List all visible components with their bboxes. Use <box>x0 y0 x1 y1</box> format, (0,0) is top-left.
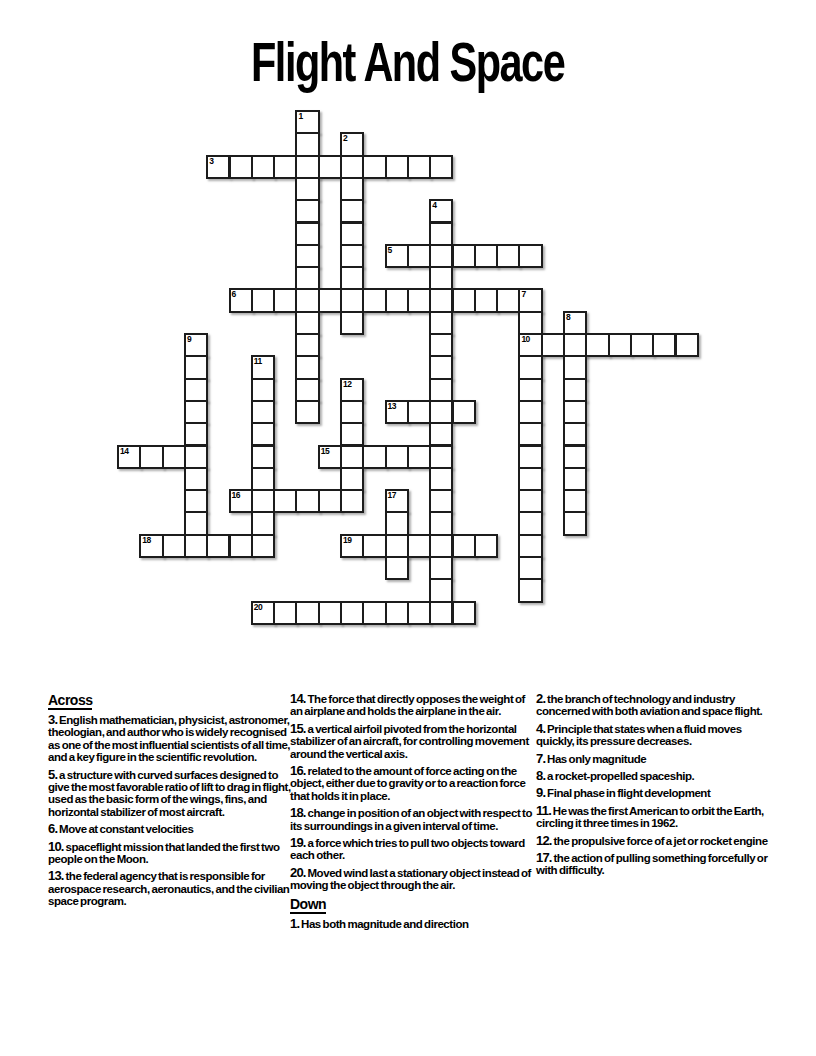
grid-cell-r15c3[interactable] <box>184 445 208 469</box>
clue-3-number: 3. <box>48 712 59 727</box>
grid-cell-r22c13[interactable] <box>407 601 431 625</box>
grid-cell-r5c8[interactable] <box>295 222 319 246</box>
grid-cell-r8c6[interactable] <box>251 288 275 312</box>
grid-cell-r22c11[interactable] <box>362 601 386 625</box>
grid-cell-r15c1[interactable] <box>139 445 163 469</box>
clue-11: 11. He was the first American to orbit t… <box>536 805 779 830</box>
grid-cell-r18c12[interactable] <box>385 511 409 535</box>
grid-cell-r14c10[interactable] <box>340 422 364 446</box>
grid-cell-r15c6[interactable] <box>251 445 275 469</box>
cell-number-11: 11 <box>254 356 262 366</box>
clue-16: 16. related to the amount of force actin… <box>290 765 533 802</box>
clue-7-text: Has only magnitude <box>547 753 646 765</box>
grid-cell-r19c14[interactable] <box>429 534 453 558</box>
grid-cell-r15c14[interactable] <box>429 445 453 469</box>
clue-15: 15. a vertical airfoil pivoted from the … <box>290 723 533 760</box>
clue-10-text: spaceflight mission that landed the firs… <box>48 841 279 865</box>
grid-cell-r10c19[interactable] <box>541 333 565 357</box>
grid-cell-r17c12[interactable]: 17 <box>385 489 409 513</box>
grid-cell-r8c7[interactable] <box>273 288 297 312</box>
clue-3-text: English mathematician, physicist, astron… <box>48 714 290 763</box>
clue-column-left: Across3. English mathematician, physicis… <box>48 693 291 913</box>
clue-10: 10. spaceflight mission that landed the … <box>48 841 291 866</box>
grid-cell-r16c20[interactable] <box>563 467 587 491</box>
grid-cell-r15c18[interactable] <box>518 445 542 469</box>
grid-cell-r10c21[interactable] <box>585 333 609 357</box>
clue-8-number: 8. <box>536 768 547 783</box>
grid-cell-r16c18[interactable] <box>518 467 542 491</box>
cell-number-6: 6 <box>232 289 236 299</box>
grid-cell-r10c25[interactable] <box>675 333 699 357</box>
down-header: Down <box>290 897 533 914</box>
grid-cell-r2c8[interactable] <box>295 155 319 179</box>
clue-9-text: Final phase in flight development <box>547 787 710 799</box>
clue-4-number: 4. <box>536 721 547 736</box>
grid-cell-r16c10[interactable] <box>340 467 364 491</box>
clue-9: 9. Final phase in flight development <box>536 787 779 799</box>
grid-cell-r10c3[interactable]: 9 <box>184 333 208 357</box>
clue-15-text: a vertical airfoil pivoted from the hori… <box>290 723 529 760</box>
grid-cell-r13c12[interactable]: 13 <box>385 400 409 424</box>
grid-cell-r21c14[interactable] <box>429 578 453 602</box>
grid-cell-r17c18[interactable] <box>518 489 542 513</box>
grid-cell-r11c6[interactable]: 11 <box>251 355 275 379</box>
grid-cell-r13c18[interactable] <box>518 400 542 424</box>
title-bar: Flight And Space <box>0 34 816 90</box>
grid-cell-r19c4[interactable] <box>206 534 230 558</box>
grid-cell-r3c8[interactable] <box>295 177 319 201</box>
grid-cell-r6c17[interactable] <box>496 244 520 268</box>
grid-cell-r7c10[interactable] <box>340 266 364 290</box>
grid-cell-r12c20[interactable] <box>563 378 587 402</box>
clue-12-text: the propulsive force of a jet or rocket … <box>553 835 767 847</box>
grid-cell-r19c15[interactable] <box>452 534 476 558</box>
clue-11-number: 11. <box>536 803 553 818</box>
cell-number-12: 12 <box>343 379 351 389</box>
grid-cell-r17c5[interactable]: 16 <box>229 489 253 513</box>
grid-cell-r8c17[interactable] <box>496 288 520 312</box>
grid-cell-r1c8[interactable] <box>295 132 319 156</box>
grid-cell-r22c9[interactable] <box>318 601 342 625</box>
grid-cell-r22c14[interactable] <box>429 601 453 625</box>
grid-cell-r8c10[interactable] <box>340 288 364 312</box>
across-header: Across <box>48 693 291 710</box>
grid-cell-r19c6[interactable] <box>251 534 275 558</box>
grid-cell-r8c18[interactable]: 7 <box>518 288 542 312</box>
grid-cell-r8c14[interactable] <box>429 288 453 312</box>
grid-cell-r2c5[interactable] <box>229 155 253 179</box>
grid-cell-r19c16[interactable] <box>474 534 498 558</box>
grid-cell-r2c4[interactable]: 3 <box>206 155 230 179</box>
grid-cell-r19c5[interactable] <box>229 534 253 558</box>
cell-number-13: 13 <box>388 401 396 411</box>
grid-cell-r6c15[interactable] <box>452 244 476 268</box>
clue-17: 17. the action of pulling something forc… <box>536 852 779 877</box>
crossword-grid: 1234567891011121314151617181920 <box>117 110 699 625</box>
grid-cell-r9c18[interactable] <box>518 311 542 335</box>
grid-cell-r16c14[interactable] <box>429 467 453 491</box>
clue-3: 3. English mathematician, physicist, ast… <box>48 714 291 764</box>
grid-cell-r19c12[interactable] <box>385 534 409 558</box>
cell-number-2: 2 <box>343 133 347 143</box>
cell-number-1: 1 <box>298 111 302 121</box>
clue-18-text: change in position of an object with res… <box>290 807 532 831</box>
grid-cell-r1c10[interactable]: 2 <box>340 132 364 156</box>
grid-cell-r15c2[interactable] <box>162 445 186 469</box>
grid-cell-r10c18[interactable]: 10 <box>518 333 542 357</box>
grid-cell-r13c6[interactable] <box>251 400 275 424</box>
grid-cell-r6c14[interactable] <box>429 244 453 268</box>
grid-cell-r17c6[interactable] <box>251 489 275 513</box>
grid-cell-r3c10[interactable] <box>340 177 364 201</box>
grid-cell-r17c8[interactable] <box>295 489 319 513</box>
grid-cell-r19c3[interactable] <box>184 534 208 558</box>
cell-number-20: 20 <box>254 602 262 612</box>
clue-19: 19. a force which tries to pull two obje… <box>290 837 533 862</box>
clue-10-number: 10. <box>48 839 65 854</box>
grid-cell-r15c9[interactable]: 15 <box>318 445 342 469</box>
grid-cell-r14c18[interactable] <box>518 422 542 446</box>
grid-cell-r16c3[interactable] <box>184 467 208 491</box>
grid-cell-r4c10[interactable] <box>340 199 364 223</box>
grid-cell-r11c14[interactable] <box>429 355 453 379</box>
grid-cell-r19c10[interactable]: 19 <box>340 534 364 558</box>
grid-cell-r12c3[interactable] <box>184 378 208 402</box>
clue-17-number: 17. <box>536 850 553 865</box>
grid-cell-r13c15[interactable] <box>452 400 476 424</box>
clue-6: 6. Move at constant velocities <box>48 823 291 835</box>
cell-number-19: 19 <box>343 535 351 545</box>
grid-cell-r20c14[interactable] <box>429 556 453 580</box>
grid-cell-r8c11[interactable] <box>362 288 386 312</box>
cell-number-18: 18 <box>142 535 150 545</box>
grid-cell-r19c2[interactable] <box>162 534 186 558</box>
cell-number-9: 9 <box>187 334 191 344</box>
grid-cell-r8c5[interactable]: 6 <box>229 288 253 312</box>
grid-cell-r4c8[interactable] <box>295 199 319 223</box>
clue-7-number: 7. <box>536 751 547 766</box>
clue-20-text: Moved wind last a stationary object inst… <box>290 867 531 891</box>
worksheet-page: { "title": "Flight And Space", "game": "… <box>0 0 816 1056</box>
grid-cell-r19c11[interactable] <box>362 534 386 558</box>
clue-12: 12. the propulsive force of a jet or roc… <box>536 835 779 847</box>
clue-column-right: 2. the branch of technology and industry… <box>536 693 779 882</box>
clue-column-middle: 14. The force that directly opposes the … <box>290 693 533 935</box>
clue-2-text: the branch of technology and industry co… <box>536 693 762 717</box>
clue-1: 1. Has both magnitude and direction <box>290 918 533 930</box>
grid-cell-r9c14[interactable] <box>429 311 453 335</box>
grid-cell-r18c20[interactable] <box>563 511 587 535</box>
clue-13: 13. the federal agency that is responsib… <box>48 870 291 907</box>
grid-cell-r13c14[interactable] <box>429 400 453 424</box>
grid-cell-r14c14[interactable] <box>429 422 453 446</box>
cell-number-16: 16 <box>232 490 240 500</box>
grid-cell-r17c9[interactable] <box>318 489 342 513</box>
grid-cell-r6c18[interactable] <box>518 244 542 268</box>
grid-cell-r11c3[interactable] <box>184 355 208 379</box>
clue-19-text: a force which tries to pull two objects … <box>290 837 525 861</box>
grid-cell-r21c18[interactable] <box>518 578 542 602</box>
grid-cell-r15c13[interactable] <box>407 445 431 469</box>
grid-cell-r15c0[interactable]: 14 <box>117 445 141 469</box>
grid-cell-r11c8[interactable] <box>295 355 319 379</box>
clue-14-number: 14. <box>290 691 307 706</box>
grid-cell-r19c18[interactable] <box>518 534 542 558</box>
grid-cell-r17c14[interactable] <box>429 489 453 513</box>
clue-14: 14. The force that directly opposes the … <box>290 693 533 718</box>
grid-cell-r10c22[interactable] <box>608 333 632 357</box>
cell-number-7: 7 <box>521 289 525 299</box>
puzzle-title: Flight And Space <box>251 34 564 90</box>
grid-cell-r20c18[interactable] <box>518 556 542 580</box>
clue-7: 7. Has only magnitude <box>536 753 779 765</box>
grid-cell-r15c10[interactable] <box>340 445 364 469</box>
grid-cell-r5c10[interactable] <box>340 222 364 246</box>
grid-cell-r4c14[interactable]: 4 <box>429 199 453 223</box>
grid-cell-r6c8[interactable] <box>295 244 319 268</box>
grid-cell-r12c8[interactable] <box>295 378 319 402</box>
grid-cell-r13c10[interactable] <box>340 400 364 424</box>
clue-13-text: the federal agency that is responsible f… <box>48 870 289 907</box>
clue-19-number: 19. <box>290 835 307 850</box>
grid-cell-r8c8[interactable] <box>295 288 319 312</box>
grid-cell-r6c16[interactable] <box>474 244 498 268</box>
grid-cell-r22c6[interactable]: 20 <box>251 601 275 625</box>
grid-cell-r18c3[interactable] <box>184 511 208 535</box>
grid-cell-r8c12[interactable] <box>385 288 409 312</box>
grid-cell-r11c18[interactable] <box>518 355 542 379</box>
grid-cell-r10c20[interactable] <box>563 333 587 357</box>
grid-cell-r19c13[interactable] <box>407 534 431 558</box>
cell-number-3: 3 <box>209 156 213 166</box>
grid-cell-r14c3[interactable] <box>184 422 208 446</box>
clue-15-number: 15. <box>290 721 307 736</box>
clue-4: 4. Principle that states when a fluid mo… <box>536 723 779 748</box>
grid-cell-r15c20[interactable] <box>563 445 587 469</box>
grid-cell-r18c14[interactable] <box>429 511 453 535</box>
grid-cell-r13c20[interactable] <box>563 400 587 424</box>
grid-cell-r18c6[interactable] <box>251 511 275 535</box>
grid-cell-r10c23[interactable] <box>630 333 654 357</box>
clue-13-number: 13. <box>48 868 65 883</box>
grid-cell-r22c12[interactable] <box>385 601 409 625</box>
grid-cell-r0c8[interactable]: 1 <box>295 110 319 134</box>
clue-11-text: He was the first American to orbit the E… <box>536 805 764 829</box>
clue-18: 18. change in position of an object with… <box>290 807 533 832</box>
grid-cell-r19c1[interactable]: 18 <box>139 534 163 558</box>
grid-cell-r14c6[interactable] <box>251 422 275 446</box>
grid-cell-r17c7[interactable] <box>273 489 297 513</box>
clue-4-text: Principle that states when a fluid moves… <box>536 723 742 747</box>
clue-5-text: a structure with curved surfaces designe… <box>48 769 291 818</box>
grid-cell-r10c14[interactable] <box>429 333 453 357</box>
grid-cell-r12c6[interactable] <box>251 378 275 402</box>
clue-18-number: 18. <box>290 805 307 820</box>
grid-cell-r2c13[interactable] <box>407 155 431 179</box>
cell-number-5: 5 <box>388 245 392 255</box>
grid-cell-r6c12[interactable]: 5 <box>385 244 409 268</box>
cell-number-4: 4 <box>432 200 436 210</box>
grid-cell-r2c10[interactable] <box>340 155 364 179</box>
clue-1-text: Has both magnitude and direction <box>301 918 469 930</box>
grid-cell-r22c15[interactable] <box>452 601 476 625</box>
clue-12-number: 12. <box>536 833 553 848</box>
grid-cell-r6c10[interactable] <box>340 244 364 268</box>
grid-cell-r2c6[interactable] <box>251 155 275 179</box>
grid-cell-r7c14[interactable] <box>429 266 453 290</box>
grid-cell-r15c12[interactable] <box>385 445 409 469</box>
grid-cell-r12c10[interactable]: 12 <box>340 378 364 402</box>
grid-cell-r8c16[interactable] <box>474 288 498 312</box>
grid-cell-r17c3[interactable] <box>184 489 208 513</box>
down-header-label: Down <box>290 897 326 914</box>
grid-cell-r12c18[interactable] <box>518 378 542 402</box>
grid-cell-r17c20[interactable] <box>563 489 587 513</box>
cell-number-14: 14 <box>120 446 128 456</box>
clue-16-text: related to the amount of force acting on… <box>290 765 525 802</box>
clue-2: 2. the branch of technology and industry… <box>536 693 779 718</box>
grid-cell-r13c13[interactable] <box>407 400 431 424</box>
grid-cell-r2c9[interactable] <box>318 155 342 179</box>
clue-8: 8. a rocket-propelled spaceship. <box>536 770 779 782</box>
grid-cell-r9c20[interactable]: 8 <box>563 311 587 335</box>
grid-cell-r6c13[interactable] <box>407 244 431 268</box>
grid-cell-r10c24[interactable] <box>652 333 676 357</box>
grid-cell-r7c8[interactable] <box>295 266 319 290</box>
grid-cell-r8c15[interactable] <box>452 288 476 312</box>
grid-cell-r18c18[interactable] <box>518 511 542 535</box>
grid-cell-r20c12[interactable] <box>385 556 409 580</box>
grid-cell-r13c3[interactable] <box>184 400 208 424</box>
clue-17-text: the action of pulling something forceful… <box>536 852 767 876</box>
grid-cell-r8c9[interactable] <box>318 288 342 312</box>
clue-2-number: 2. <box>536 691 547 706</box>
grid-cell-r5c14[interactable] <box>429 222 453 246</box>
grid-cell-r16c6[interactable] <box>251 467 275 491</box>
grid-cell-r2c7[interactable] <box>273 155 297 179</box>
clue-5: 5. a structure with curved surfaces desi… <box>48 769 291 819</box>
grid-cell-r13c8[interactable] <box>295 400 319 424</box>
grid-cell-r22c10[interactable] <box>340 601 364 625</box>
clue-9-number: 9. <box>536 785 547 800</box>
grid-cell-r11c20[interactable] <box>563 355 587 379</box>
cell-number-8: 8 <box>566 312 570 322</box>
grid-cell-r8c13[interactable] <box>407 288 431 312</box>
grid-cell-r12c14[interactable] <box>429 378 453 402</box>
clue-16-number: 16. <box>290 763 307 778</box>
grid-cell-r9c10[interactable] <box>340 311 364 335</box>
grid-cell-r2c12[interactable] <box>385 155 409 179</box>
grid-cell-r2c11[interactable] <box>362 155 386 179</box>
clue-20-number: 20. <box>290 865 307 880</box>
grid-cell-r2c14[interactable] <box>429 155 453 179</box>
grid-cell-r14c20[interactable] <box>563 422 587 446</box>
clue-8-text: a rocket-propelled spaceship. <box>547 770 694 782</box>
cell-number-10: 10 <box>521 334 529 344</box>
grid-cell-r17c10[interactable] <box>340 489 364 513</box>
clue-20: 20. Moved wind last a stationary object … <box>290 867 533 892</box>
grid-cell-r22c7[interactable] <box>273 601 297 625</box>
cell-number-15: 15 <box>321 446 329 456</box>
grid-cell-r15c11[interactable] <box>362 445 386 469</box>
grid-cell-r22c8[interactable] <box>295 601 319 625</box>
clue-6-text: Move at constant velocities <box>59 823 193 835</box>
clue-6-number: 6. <box>48 821 59 836</box>
across-header-label: Across <box>48 693 92 710</box>
clue-1-number: 1. <box>290 916 301 931</box>
clue-14-text: The force that directly opposes the weig… <box>290 693 525 717</box>
grid-cell-r9c8[interactable] <box>295 311 319 335</box>
grid-cell-r10c8[interactable] <box>295 333 319 357</box>
clue-5-number: 5. <box>48 767 59 782</box>
cell-number-17: 17 <box>388 490 396 500</box>
